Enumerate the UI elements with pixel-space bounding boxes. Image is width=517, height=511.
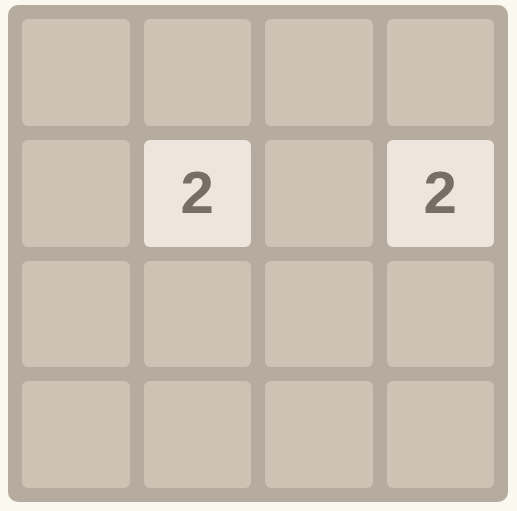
- cell-empty: [144, 19, 252, 126]
- game-board-2048[interactable]: 22: [8, 5, 508, 502]
- cell-empty: [22, 140, 130, 247]
- cell-empty: [22, 261, 130, 368]
- cell-empty: [265, 19, 373, 126]
- cell-empty: [22, 381, 130, 488]
- cell-empty: [265, 381, 373, 488]
- cell-empty: [144, 261, 252, 368]
- tile-2: 2: [144, 140, 252, 247]
- cell-empty: [387, 261, 495, 368]
- cell-empty: [387, 19, 495, 126]
- cell-empty: [144, 381, 252, 488]
- cell-empty: [22, 19, 130, 126]
- tile-2: 2: [387, 140, 495, 247]
- cell-empty: [387, 381, 495, 488]
- cell-empty: [265, 261, 373, 368]
- cell-empty: [265, 140, 373, 247]
